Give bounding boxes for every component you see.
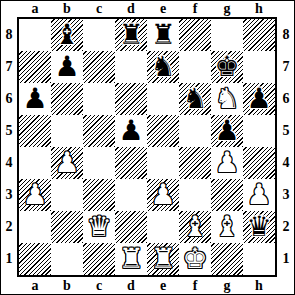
square-h6[interactable]: ♟	[243, 83, 275, 115]
rank-label-left-3: 3	[1, 179, 17, 211]
rank-label-right-4: 4	[278, 147, 294, 179]
white-king[interactable]: ♚	[182, 243, 207, 275]
rank-label-left-7: 7	[1, 51, 17, 83]
rank-label-right-6: 6	[278, 83, 294, 115]
square-c1[interactable]	[83, 243, 115, 275]
white-queen[interactable]: ♛	[86, 211, 111, 243]
board[interactable]: ♝♜♜♟♞♚♟♞♞♟♟♟♟♟♟♟♟♛♝♝♛♜♜♚	[17, 17, 277, 277]
black-knight[interactable]: ♞	[150, 51, 175, 83]
file-labels-bottom: abcdefgh	[19, 278, 275, 294]
file-label-bottom-d: d	[115, 278, 147, 294]
square-d1[interactable]: ♜	[115, 243, 147, 275]
square-c7[interactable]	[83, 51, 115, 83]
square-g6[interactable]: ♞	[211, 83, 243, 115]
square-b2[interactable]	[51, 211, 83, 243]
square-f7[interactable]	[179, 51, 211, 83]
square-b8[interactable]: ♝	[51, 19, 83, 51]
black-pawn[interactable]: ♟	[214, 115, 239, 147]
square-h5[interactable]	[243, 115, 275, 147]
square-d4[interactable]	[115, 147, 147, 179]
white-pawn[interactable]: ♟	[214, 147, 239, 179]
rank-label-right-1: 1	[278, 243, 294, 275]
square-g1[interactable]	[211, 243, 243, 275]
square-a2[interactable]	[19, 211, 51, 243]
black-rook[interactable]: ♜	[118, 19, 143, 51]
square-g8[interactable]	[211, 19, 243, 51]
square-a8[interactable]	[19, 19, 51, 51]
black-pawn[interactable]: ♟	[118, 115, 143, 147]
square-e8[interactable]: ♜	[147, 19, 179, 51]
square-e1[interactable]: ♜	[147, 243, 179, 275]
square-f6[interactable]: ♞	[179, 83, 211, 115]
square-b6[interactable]	[51, 83, 83, 115]
square-f4[interactable]	[179, 147, 211, 179]
square-b4[interactable]: ♟	[51, 147, 83, 179]
square-g4[interactable]: ♟	[211, 147, 243, 179]
square-f8[interactable]	[179, 19, 211, 51]
black-queen[interactable]: ♛	[246, 211, 271, 243]
square-f1[interactable]: ♚	[179, 243, 211, 275]
file-label-bottom-c: c	[83, 278, 115, 294]
square-c5[interactable]	[83, 115, 115, 147]
black-king[interactable]: ♚	[214, 51, 239, 83]
square-e3[interactable]: ♟	[147, 179, 179, 211]
rank-label-right-3: 3	[278, 179, 294, 211]
white-pawn[interactable]: ♟	[150, 179, 175, 211]
file-label-top-g: g	[211, 1, 243, 17]
file-label-top-e: e	[147, 1, 179, 17]
square-a1[interactable]	[19, 243, 51, 275]
square-h7[interactable]	[243, 51, 275, 83]
square-f2[interactable]: ♝	[179, 211, 211, 243]
rank-label-left-6: 6	[1, 83, 17, 115]
square-h3[interactable]: ♟	[243, 179, 275, 211]
rank-labels-right: 87654321	[278, 19, 294, 275]
rank-label-right-8: 8	[278, 19, 294, 51]
square-b5[interactable]	[51, 115, 83, 147]
square-a4[interactable]	[19, 147, 51, 179]
white-knight[interactable]: ♞	[214, 83, 239, 115]
square-a3[interactable]: ♟	[19, 179, 51, 211]
square-h4[interactable]	[243, 147, 275, 179]
white-rook[interactable]: ♜	[118, 243, 143, 275]
square-c6[interactable]	[83, 83, 115, 115]
square-d8[interactable]: ♜	[115, 19, 147, 51]
file-label-bottom-f: f	[179, 278, 211, 294]
square-c4[interactable]	[83, 147, 115, 179]
square-d3[interactable]	[115, 179, 147, 211]
square-b3[interactable]	[51, 179, 83, 211]
square-f5[interactable]	[179, 115, 211, 147]
black-pawn[interactable]: ♟	[246, 83, 271, 115]
square-a6[interactable]: ♟	[19, 83, 51, 115]
file-label-bottom-g: g	[211, 278, 243, 294]
file-label-bottom-e: e	[147, 278, 179, 294]
square-d7[interactable]	[115, 51, 147, 83]
white-pawn[interactable]: ♟	[246, 179, 271, 211]
square-g3[interactable]	[211, 179, 243, 211]
file-label-bottom-h: h	[243, 278, 275, 294]
square-h8[interactable]	[243, 19, 275, 51]
rank-label-right-2: 2	[278, 211, 294, 243]
square-c8[interactable]	[83, 19, 115, 51]
rank-label-left-8: 8	[1, 19, 17, 51]
file-label-top-h: h	[243, 1, 275, 17]
file-labels-top: abcdefgh	[19, 1, 275, 17]
rank-label-right-5: 5	[278, 115, 294, 147]
square-d6[interactable]	[115, 83, 147, 115]
square-c2[interactable]: ♛	[83, 211, 115, 243]
square-e2[interactable]	[147, 211, 179, 243]
black-rook[interactable]: ♜	[150, 19, 175, 51]
square-h2[interactable]: ♛	[243, 211, 275, 243]
rank-label-right-7: 7	[278, 51, 294, 83]
chess-diagram: abcdefgh 87654321 ♝♜♜♟♞♚♟♞♞♟♟♟♟♟♟♟♟♛♝♝♛♜…	[0, 0, 295, 295]
rank-label-left-2: 2	[1, 211, 17, 243]
file-label-bottom-a: a	[19, 278, 51, 294]
file-label-top-d: d	[115, 1, 147, 17]
file-label-top-b: b	[51, 1, 83, 17]
square-d5[interactable]: ♟	[115, 115, 147, 147]
square-g7[interactable]: ♚	[211, 51, 243, 83]
square-a7[interactable]	[19, 51, 51, 83]
square-b1[interactable]	[51, 243, 83, 275]
file-label-top-a: a	[19, 1, 51, 17]
square-e6[interactable]	[147, 83, 179, 115]
square-h1[interactable]	[243, 243, 275, 275]
rank-label-left-1: 1	[1, 243, 17, 275]
white-bishop[interactable]: ♝	[214, 211, 239, 243]
black-knight[interactable]: ♞	[182, 83, 207, 115]
square-d2[interactable]	[115, 211, 147, 243]
file-label-top-f: f	[179, 1, 211, 17]
rank-labels-left: 87654321	[1, 19, 17, 275]
white-pawn[interactable]: ♟	[22, 179, 47, 211]
file-label-bottom-b: b	[51, 278, 83, 294]
square-g2[interactable]: ♝	[211, 211, 243, 243]
white-bishop[interactable]: ♝	[182, 211, 207, 243]
square-e4[interactable]	[147, 147, 179, 179]
black-bishop[interactable]: ♝	[54, 19, 79, 51]
square-a5[interactable]	[19, 115, 51, 147]
rank-label-left-5: 5	[1, 115, 17, 147]
file-label-top-c: c	[83, 1, 115, 17]
black-pawn[interactable]: ♟	[54, 51, 79, 83]
square-c3[interactable]	[83, 179, 115, 211]
square-e7[interactable]: ♞	[147, 51, 179, 83]
rank-label-left-4: 4	[1, 147, 17, 179]
square-e5[interactable]	[147, 115, 179, 147]
square-b7[interactable]: ♟	[51, 51, 83, 83]
square-g5[interactable]: ♟	[211, 115, 243, 147]
white-pawn[interactable]: ♟	[54, 147, 79, 179]
white-rook[interactable]: ♜	[150, 243, 175, 275]
square-f3[interactable]	[179, 179, 211, 211]
black-pawn[interactable]: ♟	[22, 83, 47, 115]
